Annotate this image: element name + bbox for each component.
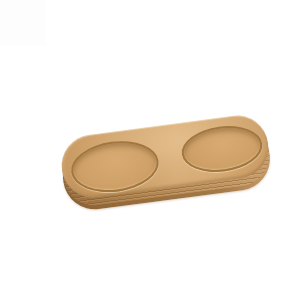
background-corner-patch	[0, 0, 46, 46]
tray-recess-left	[68, 136, 162, 197]
tray-perspective-group	[58, 112, 272, 202]
product-photo: Product photo of an empty oval bamboo wo…	[0, 0, 300, 300]
wooden-tray	[56, 118, 274, 210]
tray-recess-right	[179, 121, 265, 176]
